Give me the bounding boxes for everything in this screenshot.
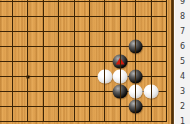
intersection-Q2[interactable] (113, 99, 128, 114)
intersection-P4[interactable] (97, 69, 112, 84)
intersection-S4[interactable] (143, 69, 158, 84)
intersection-J8[interactable] (5, 9, 20, 24)
intersection-S1[interactable] (143, 114, 158, 124)
intersection-T7[interactable] (159, 24, 171, 39)
intersection-O2[interactable] (82, 99, 97, 114)
intersection-S8[interactable] (143, 9, 158, 24)
intersection-O1[interactable] (82, 114, 97, 124)
intersection-J4[interactable] (5, 69, 20, 84)
intersection-R8[interactable] (128, 9, 143, 24)
intersection-S5[interactable] (143, 54, 158, 69)
intersection-J9[interactable] (5, 0, 20, 9)
intersection-M3[interactable] (51, 84, 66, 99)
intersection-O9[interactable] (82, 0, 97, 9)
intersection-N3[interactable] (66, 84, 81, 99)
intersection-M2[interactable] (51, 99, 66, 114)
coord-label-9: 9 (175, 0, 190, 6)
coord-label-7: 7 (175, 27, 190, 36)
intersection-N5[interactable] (66, 54, 81, 69)
intersection-K9[interactable] (20, 0, 35, 9)
intersection-T6[interactable] (159, 39, 171, 54)
intersection-R2[interactable] (128, 99, 143, 114)
coord-label-2: 2 (175, 102, 190, 111)
intersection-P9[interactable] (97, 0, 112, 9)
stone-black-R4[interactable] (128, 69, 143, 84)
intersection-P6[interactable] (97, 39, 112, 54)
intersection-L6[interactable] (36, 39, 51, 54)
intersection-Q8[interactable] (113, 9, 128, 24)
intersection-K5[interactable] (20, 54, 35, 69)
intersection-L4[interactable] (36, 69, 51, 84)
intersection-J3[interactable] (5, 84, 20, 99)
intersection-J7[interactable] (5, 24, 20, 39)
intersection-S2[interactable] (143, 99, 158, 114)
intersection-R1[interactable] (128, 114, 143, 124)
intersection-L9[interactable] (36, 0, 51, 9)
intersection-K7[interactable] (20, 24, 35, 39)
stone-black-R6[interactable] (128, 39, 143, 54)
intersection-R5[interactable] (128, 54, 143, 69)
intersection-N2[interactable] (66, 99, 81, 114)
intersection-K8[interactable] (20, 9, 35, 24)
intersection-M4[interactable] (51, 69, 66, 84)
intersection-M1[interactable] (51, 114, 66, 124)
intersection-S6[interactable] (143, 39, 158, 54)
intersection-P2[interactable] (97, 99, 112, 114)
intersection-M7[interactable] (51, 24, 66, 39)
intersection-S3[interactable] (143, 84, 158, 99)
intersection-L5[interactable] (36, 54, 51, 69)
stone-black-Q3[interactable] (113, 84, 128, 99)
coord-label-5: 5 (175, 57, 190, 66)
coord-label-4: 4 (175, 72, 190, 81)
intersection-P8[interactable] (97, 9, 112, 24)
coord-label-6: 6 (175, 42, 190, 51)
intersection-O6[interactable] (82, 39, 97, 54)
intersection-J1[interactable] (5, 114, 20, 124)
intersection-N7[interactable] (66, 24, 81, 39)
last-move-triangle-marker (115, 57, 125, 65)
stone-white-P4[interactable] (97, 69, 112, 84)
intersection-S7[interactable] (143, 24, 158, 39)
intersection-Q6[interactable] (113, 39, 128, 54)
intersection-K6[interactable] (20, 39, 35, 54)
intersection-M8[interactable] (51, 9, 66, 24)
intersection-R7[interactable] (128, 24, 143, 39)
intersection-Q9[interactable] (113, 0, 128, 9)
go-board-screenshot: 987654321 (0, 0, 190, 124)
coord-label-8: 8 (175, 12, 190, 21)
intersection-P1[interactable] (97, 114, 112, 124)
intersection-J6[interactable] (5, 39, 20, 54)
intersection-M9[interactable] (51, 0, 66, 9)
intersection-T8[interactable] (159, 9, 171, 24)
intersection-M6[interactable] (51, 39, 66, 54)
intersection-Q3[interactable] (113, 84, 128, 99)
intersection-K2[interactable] (20, 99, 35, 114)
intersection-T9[interactable] (159, 0, 171, 9)
intersection-O8[interactable] (82, 9, 97, 24)
intersection-T4[interactable] (159, 69, 171, 84)
intersection-Q1[interactable] (113, 114, 128, 124)
intersection-L8[interactable] (36, 9, 51, 24)
intersection-J5[interactable] (5, 54, 20, 69)
intersection-O5[interactable] (82, 54, 97, 69)
stone-white-S3[interactable] (144, 84, 159, 99)
star-point-K4 (26, 75, 29, 78)
intersection-T5[interactable] (159, 54, 171, 69)
intersection-R3[interactable] (128, 84, 143, 99)
stone-black-Q5[interactable] (113, 54, 128, 69)
intersection-R4[interactable] (128, 69, 143, 84)
go-board (0, 0, 171, 124)
intersection-L3[interactable] (36, 84, 51, 99)
intersection-P5[interactable] (97, 54, 112, 69)
intersection-L7[interactable] (36, 24, 51, 39)
intersection-N8[interactable] (66, 9, 81, 24)
intersection-O7[interactable] (82, 24, 97, 39)
intersection-K4[interactable] (20, 69, 35, 84)
intersection-K3[interactable] (20, 84, 35, 99)
intersection-R9[interactable] (128, 0, 143, 9)
intersection-L1[interactable] (36, 114, 51, 124)
intersection-K1[interactable] (20, 114, 35, 124)
stone-black-R2[interactable] (128, 99, 143, 114)
stone-white-R3[interactable] (128, 84, 143, 99)
intersection-O3[interactable] (82, 84, 97, 99)
intersection-R6[interactable] (128, 39, 143, 54)
coord-label-3: 3 (175, 87, 190, 96)
intersection-T2[interactable] (159, 99, 171, 114)
intersection-M5[interactable] (51, 54, 66, 69)
intersection-P7[interactable] (97, 24, 112, 39)
intersection-J2[interactable] (5, 99, 20, 114)
coordinate-strip: 987654321 (174, 0, 190, 124)
intersection-N6[interactable] (66, 39, 81, 54)
goban-grid (0, 0, 171, 124)
intersection-S9[interactable] (143, 0, 158, 9)
intersection-T1[interactable] (159, 114, 171, 124)
intersection-N1[interactable] (66, 114, 81, 124)
intersection-L2[interactable] (36, 99, 51, 114)
intersection-O4[interactable] (82, 69, 97, 84)
intersection-P3[interactable] (97, 84, 112, 99)
stone-white-Q4[interactable] (113, 69, 128, 84)
intersection-N9[interactable] (66, 0, 81, 9)
intersection-Q5[interactable] (113, 54, 128, 69)
intersection-Q4[interactable] (113, 69, 128, 84)
intersection-Q7[interactable] (113, 24, 128, 39)
intersection-N4[interactable] (66, 69, 81, 84)
intersection-T3[interactable] (159, 84, 171, 99)
coord-label-1: 1 (175, 117, 190, 124)
